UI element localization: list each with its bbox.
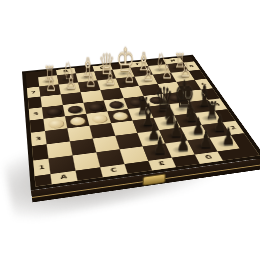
white-pawn[interactable]: ♙ <box>65 73 76 92</box>
black-pawn[interactable]: ♟ <box>221 126 234 149</box>
square-c3[interactable] <box>89 123 115 138</box>
chess-set-product-photo: BDFH♖♘♗♕♔♗♘♖87♙♙♙♙♙♙♙♙65♜♛♚♝43♝♞♞♜♟♟♟♟21… <box>0 0 260 260</box>
light-checker[interactable] <box>69 116 85 126</box>
square-a6[interactable] <box>41 94 63 107</box>
light-checker[interactable] <box>111 111 128 120</box>
border-corner-tile <box>240 147 260 158</box>
black-pawn[interactable]: ♟ <box>199 129 212 152</box>
white-pawn[interactable]: ♙ <box>104 69 115 88</box>
dark-checker[interactable] <box>87 103 103 112</box>
square-b3[interactable] <box>67 126 92 142</box>
border-tile <box>125 161 153 174</box>
white-pawn[interactable]: ♙ <box>85 71 96 90</box>
white-pawn[interactable]: ♙ <box>161 63 172 82</box>
white-pawn[interactable]: ♙ <box>45 75 56 95</box>
square-b7[interactable]: ♙ <box>59 83 81 95</box>
dark-checker[interactable] <box>46 107 61 116</box>
white-pawn[interactable]: ♙ <box>124 67 135 86</box>
dark-checker[interactable] <box>108 100 124 109</box>
folding-chess-board: BDFH♖♘♗♕♔♗♘♖87♙♙♙♙♙♙♙♙65♜♛♚♝43♝♞♞♜♟♟♟♟21… <box>22 55 260 191</box>
black-pawn[interactable]: ♟ <box>153 134 167 158</box>
light-checker[interactable] <box>90 114 107 124</box>
file-label-c: C <box>100 164 127 177</box>
file-label-a: A <box>50 171 77 185</box>
border-corner-tile <box>35 174 52 186</box>
white-pawn[interactable]: ♙ <box>143 65 154 84</box>
square-c4[interactable] <box>86 111 111 125</box>
chess-set-scene: BDFH♖♘♗♕♔♗♘♖87♙♙♙♙♙♙♙♙65♜♛♚♝43♝♞♞♜♟♟♟♟21… <box>0 0 260 260</box>
square-a3[interactable] <box>45 128 70 144</box>
black-pawn[interactable]: ♟ <box>176 131 189 154</box>
light-checker[interactable] <box>47 119 63 129</box>
border-tile <box>76 167 103 180</box>
dark-checker[interactable] <box>67 105 83 114</box>
brass-clasp-icon <box>143 174 166 186</box>
